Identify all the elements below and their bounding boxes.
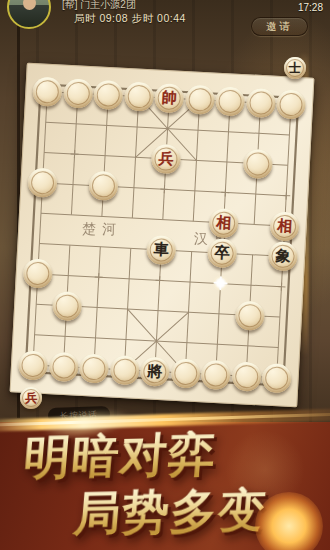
status-bar-clock: 17:28 [298,2,323,13]
avatar[interactable] [7,0,51,29]
river-label-chu: 楚河 [82,221,122,240]
banner-title-line2: 局势多变 [72,486,268,537]
player-name: [帮] 门主小源2团 [62,0,136,10]
move-time-value: 00:44 [157,12,186,24]
glow-orb [255,492,323,550]
app-screen: [帮] 门主小源2团 局时 09:08 步时 00:44 17:28 邀请 楚河… [0,0,330,550]
game-time-label: 局时 [74,12,96,24]
captured-piece-top-right: 士 [284,57,306,79]
game-time-value: 09:08 [99,12,128,24]
match-header: [帮] 门主小源2团 局时 09:08 步时 00:44 17:28 邀请 [0,0,330,50]
captured-piece-bottom-left: 兵 [20,387,42,409]
xiangqi-board[interactable]: 楚河 汉界 帥兵相相車卒象將 [10,63,315,408]
invite-button[interactable]: 邀请 [251,17,308,36]
timers: 局时 09:08 步时 00:44 [74,12,186,26]
move-time-label: 步时 [132,12,154,24]
